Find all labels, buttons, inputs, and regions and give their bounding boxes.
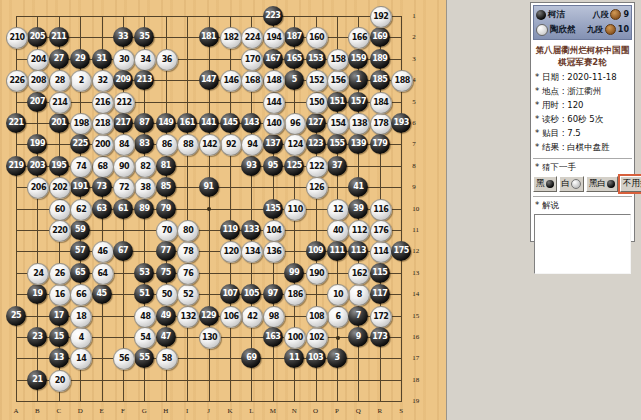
go-stone-move-125-N8: 125 [284, 156, 304, 176]
go-stone-move-93-L8: 93 [241, 156, 261, 176]
go-stone-move-210-A2: 210 [6, 27, 28, 49]
go-stone-move-191-D9: 191 [70, 177, 90, 197]
go-stone-move-117-R14: 117 [370, 284, 390, 304]
go-stone-move-106-K15: 106 [220, 306, 242, 328]
column-label: C [53, 407, 65, 415]
go-stone-move-69-L17: 69 [241, 348, 261, 368]
go-stone-move-139-Q7: 139 [348, 134, 368, 154]
separator [533, 196, 632, 197]
row-label: 19 [412, 397, 424, 405]
go-stone-move-211-C2: 211 [49, 27, 69, 47]
go-stone-move-126-O9: 126 [306, 177, 328, 199]
row-label: 10 [412, 205, 424, 213]
go-stone-move-153-O3: 153 [306, 49, 326, 69]
go-stone-move-163-M16: 163 [263, 327, 283, 347]
go-stone-move-108-O15: 108 [306, 306, 328, 328]
go-stone-move-95-M8: 95 [263, 156, 283, 176]
go-stone-move-147-J4: 147 [199, 70, 219, 90]
go-stone-move-112-Q11: 112 [348, 220, 370, 242]
go-board[interactable]: ABCDEFGHIJKLMNOPQRS123456789101112131415… [0, 0, 447, 420]
go-stone-move-154-P6: 154 [327, 113, 349, 135]
go-stone-move-65-D13: 65 [70, 263, 90, 283]
column-label: H [160, 407, 172, 415]
column-label: K [224, 407, 236, 415]
go-stone-move-42-L15: 42 [241, 306, 263, 328]
go-stone-move-172-R15: 172 [370, 306, 392, 328]
info-line: * 地点 : 浙江衢州 [535, 86, 630, 98]
go-stone-move-91-J9: 91 [199, 177, 219, 197]
go-stone-move-88-I7: 88 [177, 134, 199, 156]
info-line: * 用时 : 120 [535, 100, 630, 112]
row-label: 12 [412, 247, 424, 255]
guess-black-white-button[interactable]: 黑白 [586, 176, 618, 192]
go-stone-move-46-E12: 46 [92, 241, 114, 263]
white-player-row: 陶欣然 九段 10 [536, 22, 629, 37]
go-stone-move-58-H17: 58 [156, 348, 178, 370]
go-stone-move-206-B9: 206 [27, 177, 49, 199]
go-stone-move-124-N7: 124 [284, 134, 306, 156]
go-stone-move-29-D3: 29 [70, 49, 90, 69]
column-label: G [138, 407, 150, 415]
go-stone-move-181-J2: 181 [199, 27, 219, 47]
go-stone-move-188-S4: 188 [391, 70, 413, 92]
go-stone-move-135-M10: 135 [263, 199, 283, 219]
column-label: B [31, 407, 43, 415]
go-stone-move-223-M1: 223 [263, 6, 283, 26]
go-stone-move-221-A6: 221 [6, 113, 26, 133]
go-stone-move-57-D12: 57 [70, 241, 90, 261]
row-label: 17 [412, 354, 424, 362]
go-stone-move-76-I13: 76 [177, 263, 199, 285]
go-stone-move-36-H3: 36 [156, 49, 178, 71]
game-info-panel: 柯洁 八段 9 陶欣然 九段 10 第八届衢州烂柯杯中国围棋冠军赛2轮 * 日期… [530, 2, 635, 242]
go-stone-move-203-B8: 203 [27, 156, 47, 176]
go-stone-move-225-D7: 225 [70, 134, 90, 154]
go-stone-move-49-H15: 49 [156, 306, 176, 326]
row-label: 18 [412, 376, 424, 384]
go-stone-move-50-H14: 50 [156, 284, 178, 306]
go-stone-move-24-B13: 24 [27, 263, 49, 285]
column-label: E [96, 407, 108, 415]
go-stone-move-148-M4: 148 [263, 70, 285, 92]
go-stone-move-204-B3: 204 [27, 49, 49, 71]
row-label: 14 [412, 290, 424, 298]
go-stone-move-138-Q6: 138 [348, 113, 370, 135]
column-label: R [374, 407, 386, 415]
go-stone-move-90-F8: 90 [113, 156, 135, 178]
go-stone-move-73-E9: 73 [92, 177, 112, 197]
go-stone-move-81-H8: 81 [156, 156, 176, 176]
column-label: M [267, 407, 279, 415]
go-stone-move-84-F7: 84 [113, 134, 135, 156]
go-stone-move-5-N4: 5 [284, 70, 304, 90]
go-stone-move-182-K2: 182 [220, 27, 242, 49]
go-stone-move-15-C16: 15 [49, 327, 69, 347]
black-stone-icon [536, 10, 546, 20]
go-stone-move-205-B2: 205 [27, 27, 47, 47]
go-stone-move-1-Q4: 1 [348, 70, 368, 90]
go-stone-move-37-P8: 37 [327, 156, 347, 176]
star-point [336, 336, 340, 340]
go-stone-move-216-E5: 216 [92, 92, 114, 114]
go-stone-move-66-D14: 66 [70, 284, 92, 306]
go-stone-move-165-N3: 165 [284, 49, 304, 69]
row-label: 1 [412, 12, 424, 20]
go-stone-move-127-O6: 127 [306, 113, 326, 133]
go-stone-move-218-E6: 218 [92, 113, 114, 135]
event-title: 第八届衢州烂柯杯中国围棋冠军赛2轮 [533, 45, 632, 69]
go-stone-move-47-H16: 47 [156, 327, 176, 347]
guess-white-button[interactable]: 白 [559, 176, 585, 192]
go-stone-move-179-R7: 179 [370, 134, 390, 154]
info-line: * 贴目 : 7.5 [535, 128, 630, 140]
go-stone-move-123-O7: 123 [306, 134, 326, 154]
go-stone-move-159-Q3: 159 [348, 49, 368, 69]
row-label: 13 [412, 269, 424, 277]
go-stone-move-114-R12: 114 [370, 241, 392, 263]
go-stone-move-151-P5: 151 [327, 92, 347, 112]
go-stone-move-146-K4: 146 [220, 70, 242, 92]
go-stone-move-120-K12: 120 [220, 241, 242, 263]
go-stone-move-170-L3: 170 [241, 49, 263, 71]
go-stone-move-45-E14: 45 [92, 284, 112, 304]
go-stone-move-201-C6: 201 [49, 113, 69, 133]
go-stone-move-152-O4: 152 [306, 70, 328, 92]
black-player-row: 柯洁 八段 9 [536, 7, 629, 22]
go-stone-move-60-C10: 60 [49, 199, 71, 221]
go-stone-move-178-R6: 178 [370, 113, 392, 135]
go-stone-move-133-L11: 133 [241, 220, 261, 240]
go-stone-move-200-E7: 200 [92, 134, 114, 156]
go-stone-move-130-J16: 130 [199, 327, 221, 349]
go-stone-move-96-N6: 96 [284, 113, 306, 135]
go-stone-move-142-J7: 142 [199, 134, 221, 156]
go-stone-move-166-Q2: 166 [348, 27, 370, 49]
go-stone-move-122-O8: 122 [306, 156, 328, 178]
go-stone-move-38-G9: 38 [134, 177, 156, 199]
go-stone-move-185-R4: 185 [370, 70, 390, 90]
go-stone-move-219-A8: 219 [6, 156, 26, 176]
black-stone-icon [607, 180, 615, 188]
info-line: * 读秒 : 60秒 5次 [535, 114, 630, 126]
go-stone-move-63-E10: 63 [92, 199, 112, 219]
go-stone-move-41-Q9: 41 [348, 177, 368, 197]
go-stone-move-70-H11: 70 [156, 220, 178, 242]
go-stone-move-195-C8: 195 [49, 156, 69, 176]
go-stone-move-32-E4: 32 [92, 70, 114, 92]
go-stone-move-4-D16: 4 [70, 327, 92, 349]
go-stone-move-92-K7: 92 [220, 134, 242, 156]
game-info-lines: * 日期 : 2020-11-18* 地点 : 浙江衢州* 用时 : 120* … [531, 72, 634, 154]
go-stone-move-67-F12: 67 [113, 241, 133, 261]
go-stone-move-213-G4: 213 [134, 70, 154, 90]
go-stone-move-226-A4: 226 [6, 70, 28, 92]
go-stone-move-198-D6: 198 [70, 113, 92, 135]
go-stone-move-217-F6: 217 [113, 113, 133, 133]
go-stone-move-144-M5: 144 [263, 92, 285, 114]
go-stone-move-173-R16: 173 [370, 327, 390, 347]
go-stone-move-110-N10: 110 [284, 199, 306, 221]
go-stone-move-82-G8: 82 [134, 156, 156, 178]
go-stone-move-16-C14: 16 [49, 284, 71, 306]
go-stone-move-89-G10: 89 [134, 199, 154, 219]
go-stone-move-149-H6: 149 [156, 113, 176, 133]
go-stone-move-132-I15: 132 [177, 306, 199, 328]
go-stone-move-54-G16: 54 [134, 327, 156, 349]
go-stone-move-87-G6: 87 [134, 113, 154, 133]
go-stone-move-80-I11: 80 [177, 220, 199, 242]
go-stone-move-25-A15: 25 [6, 306, 26, 326]
go-stone-move-209-F4: 209 [113, 70, 133, 90]
go-stone-move-55-G17: 55 [134, 348, 154, 368]
go-stone-move-137-M7: 137 [263, 134, 283, 154]
go-stone-move-13-C17: 13 [49, 348, 69, 368]
go-stone-move-194-M2: 194 [263, 27, 285, 49]
column-label: O [310, 407, 322, 415]
go-stone-move-94-L7: 94 [241, 134, 263, 156]
go-stone-move-175-S12: 175 [391, 241, 411, 261]
go-stone-move-202-C9: 202 [49, 177, 71, 199]
go-stone-move-79-H10: 79 [156, 199, 176, 219]
go-stone-move-167-M3: 167 [263, 49, 283, 69]
go-stone-move-86-H7: 86 [156, 134, 178, 156]
row-label: 2 [412, 33, 424, 41]
go-stone-move-30-F3: 30 [113, 49, 135, 71]
go-stone-move-19-B14: 19 [27, 284, 47, 304]
go-stone-move-136-M12: 136 [263, 241, 285, 263]
go-stone-move-21-B18: 21 [27, 370, 47, 390]
go-stone-move-193-S6: 193 [391, 113, 411, 133]
go-stone-move-17-C15: 17 [49, 306, 69, 326]
go-stone-move-9-Q16: 9 [348, 327, 368, 347]
go-stone-move-35-G2: 35 [134, 27, 154, 47]
go-stone-move-74-D8: 74 [70, 156, 92, 178]
go-stone-move-157-Q5: 157 [348, 92, 368, 112]
black-capture-bowl-icon [610, 9, 621, 20]
go-stone-move-156-P4: 156 [327, 70, 349, 92]
go-stone-move-161-I6: 161 [177, 113, 197, 133]
grid-line [16, 401, 402, 402]
black-player-rank: 八段 [592, 9, 608, 20]
go-stone-move-27-C3: 27 [49, 49, 69, 69]
go-stone-move-62-D10: 62 [70, 199, 92, 221]
go-stone-move-12-P10: 12 [327, 199, 349, 221]
go-stone-move-14-D17: 14 [70, 348, 92, 370]
go-stone-move-39-Q10: 39 [348, 199, 368, 219]
go-stone-move-104-M11: 104 [263, 220, 285, 242]
go-stone-move-134-L12: 134 [241, 241, 263, 263]
go-stone-move-72-F9: 72 [113, 177, 135, 199]
column-label: P [331, 407, 343, 415]
star-point [207, 207, 211, 211]
go-stone-move-111-P12: 111 [327, 241, 347, 261]
go-stone-move-2-D4: 2 [70, 70, 92, 92]
row-label: 15 [412, 312, 424, 320]
go-stone-move-34-G3: 34 [134, 49, 156, 71]
row-label: 5 [412, 98, 424, 106]
go-stone-move-75-H13: 75 [156, 263, 176, 283]
go-stone-move-176-R11: 176 [370, 220, 392, 242]
go-stone-move-78-I12: 78 [177, 241, 199, 263]
go-stone-move-129-J15: 129 [199, 306, 219, 326]
go-stone-move-51-G14: 51 [134, 284, 154, 304]
go-stone-move-116-R10: 116 [370, 199, 392, 221]
go-stone-move-199-B7: 199 [27, 134, 47, 154]
guess-black-button[interactable]: 黑 [533, 176, 557, 192]
go-stone-move-56-F17: 56 [113, 348, 135, 370]
go-stone-move-119-K11: 119 [220, 220, 240, 240]
column-label: J [203, 407, 215, 415]
go-stone-move-7-Q15: 7 [348, 306, 368, 326]
go-stone-move-85-H9: 85 [156, 177, 176, 197]
go-stone-move-26-C13: 26 [49, 263, 71, 285]
go-stone-move-68-E8: 68 [92, 156, 114, 178]
go-stone-move-214-C5: 214 [49, 92, 71, 114]
go-stone-move-33-F2: 33 [113, 27, 133, 47]
column-label: D [74, 407, 86, 415]
white-player-rank: 九段 [587, 24, 603, 35]
commentary-label: * 解说 [535, 200, 630, 212]
go-stone-move-8-Q14: 8 [348, 284, 370, 306]
go-stone-move-31-E3: 31 [92, 49, 112, 69]
go-stone-move-99-N13: 99 [284, 263, 304, 283]
players-header: 柯洁 八段 9 陶欣然 九段 10 [533, 5, 632, 40]
go-stone-move-105-L14: 105 [241, 284, 261, 304]
row-label: 4 [412, 76, 424, 84]
go-stone-move-103-O17: 103 [306, 348, 326, 368]
commentary-textarea[interactable] [534, 214, 631, 274]
column-label: L [245, 407, 257, 415]
row-label: 7 [412, 140, 424, 148]
separator [533, 158, 632, 159]
go-stone-move-10-P14: 10 [327, 284, 349, 306]
go-stone-move-162-Q13: 162 [348, 263, 370, 285]
go-stone-move-115-R13: 115 [370, 263, 390, 283]
row-label: 9 [412, 183, 424, 191]
column-label: A [10, 407, 22, 415]
go-stone-move-220-C11: 220 [49, 220, 71, 242]
go-stone-move-59-D11: 59 [70, 220, 90, 240]
go-stone-move-186-N14: 186 [284, 284, 306, 306]
go-stone-move-102-O16: 102 [306, 327, 328, 349]
go-stone-move-23-B16: 23 [27, 327, 47, 347]
column-label: Q [352, 407, 364, 415]
white-capture-count: 10 [618, 25, 629, 34]
guess-next-move-label: * 猜下一手 [535, 162, 630, 174]
go-stone-move-52-I14: 52 [177, 284, 199, 306]
go-stone-move-11-N17: 11 [284, 348, 304, 368]
info-line: * 日期 : 2020-11-18 [535, 72, 630, 84]
white-stone-icon [571, 179, 581, 189]
go-stone-move-61-F10: 61 [113, 199, 133, 219]
go-stone-move-6-P15: 6 [327, 306, 349, 328]
grid-line [16, 380, 402, 381]
go-stone-move-53-G13: 53 [134, 263, 154, 283]
go-stone-move-187-N2: 187 [284, 27, 304, 47]
column-label: F [117, 407, 129, 415]
row-label: 11 [412, 226, 424, 234]
go-stone-move-113-Q12: 113 [348, 241, 368, 261]
black-capture-count: 9 [623, 10, 629, 19]
guess-buttons-row: 黑 白 黑白 不用提示 [533, 176, 632, 192]
column-label: N [288, 407, 300, 415]
go-stone-move-143-L6: 143 [241, 113, 261, 133]
no-hint-button[interactable]: 不用提示 [620, 176, 641, 192]
go-stone-move-83-G7: 83 [134, 134, 154, 154]
go-stone-move-190-O13: 190 [306, 263, 328, 285]
go-stone-move-168-L4: 168 [241, 70, 263, 92]
go-stone-move-208-B4: 208 [27, 70, 49, 92]
row-label: 16 [412, 333, 424, 341]
go-stone-move-160-O2: 160 [306, 27, 328, 49]
go-stone-move-169-R2: 169 [370, 27, 390, 47]
go-stone-move-140-M6: 140 [263, 113, 285, 135]
go-stone-move-192-R1: 192 [370, 6, 392, 28]
go-stone-move-155-P7: 155 [327, 134, 347, 154]
go-stone-move-3-P17: 3 [327, 348, 347, 368]
go-stone-move-107-K14: 107 [220, 284, 240, 304]
column-label: S [395, 407, 407, 415]
row-label: 6 [412, 119, 424, 127]
row-label: 8 [412, 162, 424, 170]
black-stone-icon [546, 180, 554, 188]
go-stone-move-18-D15: 18 [70, 306, 92, 328]
go-stone-move-224-L2: 224 [241, 27, 263, 49]
go-stone-move-77-H12: 77 [156, 241, 176, 261]
go-stone-move-48-G15: 48 [134, 306, 156, 328]
go-stone-move-189-R3: 189 [370, 49, 390, 69]
go-stone-move-184-R5: 184 [370, 92, 392, 114]
white-player-name: 陶欣然 [550, 24, 576, 36]
white-capture-bowl-icon [605, 24, 616, 35]
column-label: I [181, 407, 193, 415]
go-stone-move-64-E13: 64 [92, 263, 114, 285]
go-stone-move-28-C4: 28 [49, 70, 71, 92]
go-stone-move-40-P11: 40 [327, 220, 349, 242]
go-stone-move-97-M14: 97 [263, 284, 283, 304]
go-stone-move-158-P3: 158 [327, 49, 349, 71]
info-line: * 结果 : 白棋中盘胜 [535, 142, 630, 154]
go-stone-move-20-C18: 20 [49, 370, 71, 392]
go-stone-move-141-J6: 141 [199, 113, 219, 133]
go-stone-move-207-B5: 207 [27, 92, 47, 112]
go-stone-move-98-M15: 98 [263, 306, 285, 328]
go-stone-move-150-O5: 150 [306, 92, 328, 114]
white-stone-icon [536, 24, 548, 36]
row-label: 3 [412, 55, 424, 63]
black-player-name: 柯洁 [548, 9, 565, 21]
go-stone-move-100-N16: 100 [284, 327, 306, 349]
go-stone-move-212-F5: 212 [113, 92, 135, 114]
go-stone-move-145-K6: 145 [220, 113, 240, 133]
go-stone-move-109-O12: 109 [306, 241, 326, 261]
